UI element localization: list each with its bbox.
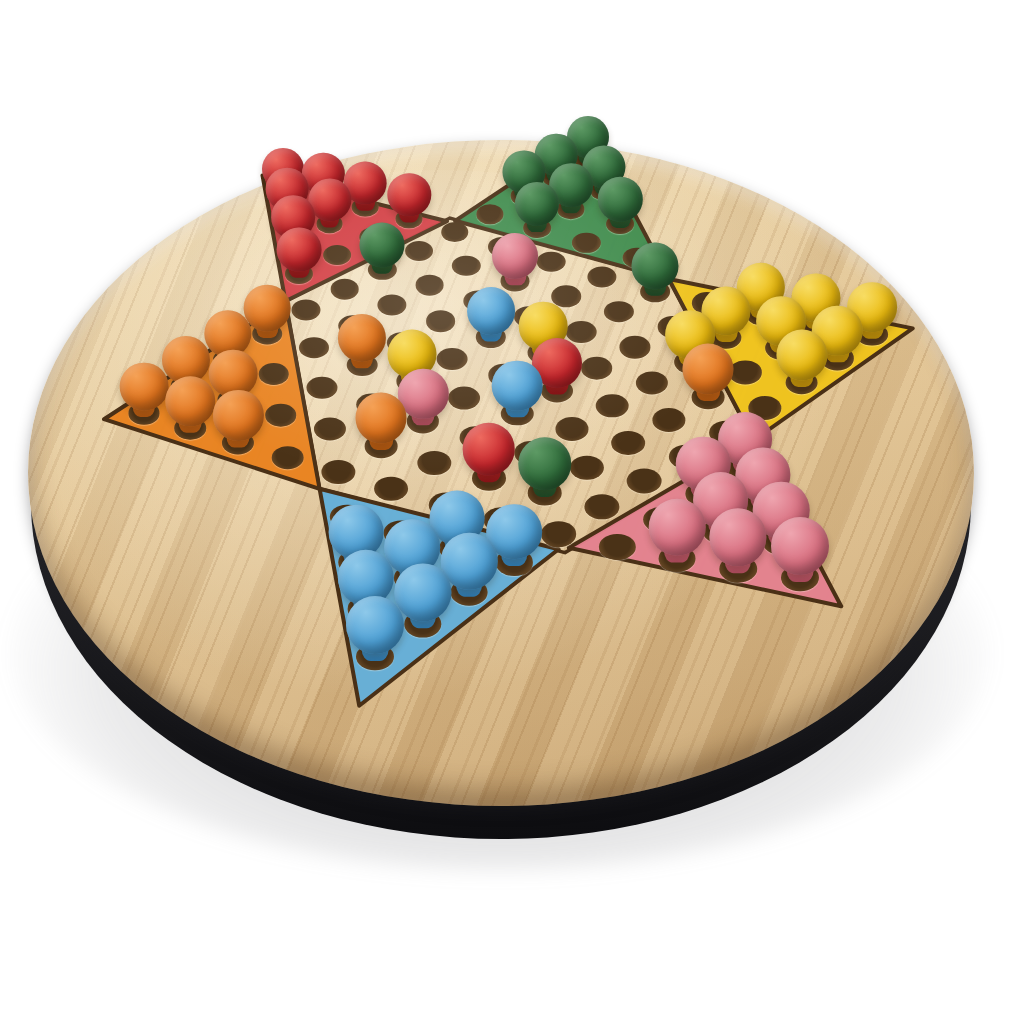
board-hole[interactable] xyxy=(259,363,290,385)
board-hole[interactable] xyxy=(292,299,321,320)
peg-pink[interactable] xyxy=(771,517,829,575)
chinese-checkers-photo xyxy=(0,0,1024,1024)
board-hole[interactable] xyxy=(448,386,480,409)
peg-green[interactable] xyxy=(631,242,678,289)
board-hole[interactable] xyxy=(441,222,469,242)
board-hole[interactable] xyxy=(437,348,468,370)
board-hole[interactable] xyxy=(476,204,503,224)
board-hole[interactable] xyxy=(551,286,581,307)
board-hole[interactable] xyxy=(323,245,351,265)
peg-orange[interactable] xyxy=(683,344,734,395)
board-hole[interactable] xyxy=(611,431,645,455)
peg-blue[interactable] xyxy=(394,564,451,621)
board-hole[interactable] xyxy=(299,337,329,359)
board-hole[interactable] xyxy=(271,446,304,470)
board-hole[interactable] xyxy=(322,460,355,484)
peg-yellow[interactable] xyxy=(776,329,827,380)
peg-green[interactable] xyxy=(360,223,405,268)
peg-blue[interactable] xyxy=(467,287,515,335)
board-hole[interactable] xyxy=(541,521,577,547)
board-hole[interactable] xyxy=(581,357,613,380)
peg-orange[interactable] xyxy=(244,285,291,332)
peg-orange[interactable] xyxy=(356,393,407,444)
board-hole[interactable] xyxy=(603,301,633,323)
board-hole[interactable] xyxy=(566,321,597,343)
board-hole[interactable] xyxy=(627,469,662,494)
board-hole[interactable] xyxy=(330,279,359,300)
board-hole[interactable] xyxy=(596,394,629,417)
peg-orange[interactable] xyxy=(120,362,169,411)
board-hole[interactable] xyxy=(652,408,685,432)
board-hole[interactable] xyxy=(405,241,433,261)
peg-blue[interactable] xyxy=(492,360,543,411)
peg-orange[interactable] xyxy=(213,390,263,440)
peg-pink[interactable] xyxy=(492,233,538,279)
peg-red[interactable] xyxy=(277,227,322,272)
peg-red[interactable] xyxy=(462,423,515,476)
board-hole[interactable] xyxy=(588,266,617,287)
board-hole[interactable] xyxy=(374,477,408,501)
board-hole[interactable] xyxy=(556,417,589,441)
board-hole[interactable] xyxy=(537,251,566,272)
peg-pink[interactable] xyxy=(649,499,706,556)
board-hole[interactable] xyxy=(314,417,346,440)
peg-orange[interactable] xyxy=(338,314,386,362)
peg-blue[interactable] xyxy=(346,596,404,654)
board-hole[interactable] xyxy=(377,295,406,316)
board-hole[interactable] xyxy=(265,403,297,426)
board-hole[interactable] xyxy=(415,275,444,296)
board-hole[interactable] xyxy=(570,455,604,480)
